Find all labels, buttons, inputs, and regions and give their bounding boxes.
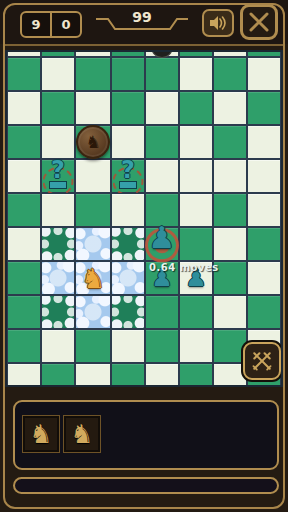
square-r3c3[interactable]: [111, 125, 145, 159]
square-r4c7[interactable]: [247, 159, 281, 193]
square-r2c6[interactable]: [213, 91, 247, 125]
mystery-piece: ?: [42, 160, 74, 192]
square-r10c5[interactable]: [179, 363, 213, 385]
square-r10c6[interactable]: [213, 363, 247, 385]
square-r4c0[interactable]: [7, 159, 41, 193]
square-r5c0[interactable]: [7, 193, 41, 227]
square-r7c2[interactable]: ♞: [75, 261, 111, 295]
square-r9c5[interactable]: [179, 329, 213, 363]
square-r7c1[interactable]: [41, 261, 75, 295]
square-r9c3[interactable]: [111, 329, 145, 363]
square-r6c7[interactable]: [247, 227, 281, 261]
square-r2c0[interactable]: [7, 91, 41, 125]
square-r1c4[interactable]: [145, 57, 179, 91]
square-r6c4[interactable]: ♟: [145, 227, 179, 261]
knight-icon: ♞: [85, 134, 100, 151]
square-r4c4[interactable]: [145, 159, 179, 193]
square-r8c2[interactable]: [75, 295, 111, 329]
progress-strip: [13, 477, 279, 494]
square-r4c5[interactable]: [179, 159, 213, 193]
square-r8c1[interactable]: [41, 295, 75, 329]
counter-right-value: 0: [61, 17, 70, 32]
square-r9c4[interactable]: [145, 329, 179, 363]
square-r9c2[interactable]: [75, 329, 111, 363]
square-r6c1[interactable]: [41, 227, 75, 261]
square-r2c7[interactable]: [247, 91, 281, 125]
brown-knight-token: ♞: [76, 125, 110, 159]
square-r10c2[interactable]: [75, 363, 111, 385]
square-r5c2[interactable]: [75, 193, 111, 227]
game-screen: 9 0 99 ♞??♟♞♟♟ 0.64 moves: [0, 0, 288, 512]
square-r4c3[interactable]: ?: [111, 159, 145, 193]
piece-tray: ♞♞: [13, 400, 279, 470]
top-bar: 9 0 99: [0, 0, 288, 44]
square-r9c6[interactable]: [213, 329, 247, 363]
tray-knight-button-2[interactable]: ♞: [63, 415, 101, 453]
question-mark-icon: ?: [51, 158, 65, 182]
square-r10c0[interactable]: [7, 363, 41, 385]
piece-base: [49, 181, 67, 189]
square-r1c0[interactable]: [7, 57, 41, 91]
close-icon: [247, 10, 271, 34]
square-r3c2[interactable]: ♞: [75, 125, 111, 159]
square-r2c3[interactable]: [111, 91, 145, 125]
distance-label: 0.64 moves: [149, 262, 219, 273]
square-r1c5[interactable]: [179, 57, 213, 91]
square-r3c6[interactable]: [213, 125, 247, 159]
orange-knight: ♞: [81, 265, 105, 292]
square-r2c2[interactable]: [75, 91, 111, 125]
square-r1c6[interactable]: [213, 57, 247, 91]
square-r10c4[interactable]: [145, 363, 179, 385]
square-r8c6[interactable]: [213, 295, 247, 329]
square-r2c5[interactable]: [179, 91, 213, 125]
square-r8c5[interactable]: [179, 295, 213, 329]
square-r1c7[interactable]: [247, 57, 281, 91]
square-r5c6[interactable]: [213, 193, 247, 227]
question-mark-icon: ?: [121, 158, 135, 182]
square-r1c1[interactable]: [41, 57, 75, 91]
square-r6c2[interactable]: [75, 227, 111, 261]
square-r9c0[interactable]: [7, 329, 41, 363]
square-r10c1[interactable]: [41, 363, 75, 385]
square-r8c3[interactable]: [111, 295, 145, 329]
counter-group: 9 0: [20, 11, 82, 38]
speaker-icon: [209, 15, 227, 31]
square-r2c4[interactable]: [145, 91, 179, 125]
tray-slots: ♞♞: [22, 415, 101, 453]
square-r3c4[interactable]: [145, 125, 179, 159]
counter-left-value: 9: [31, 17, 40, 32]
square-r6c6[interactable]: [213, 227, 247, 261]
square-r4c6[interactable]: [213, 159, 247, 193]
mystery-piece: ?: [112, 160, 144, 192]
square-r6c0[interactable]: [7, 227, 41, 261]
square-r3c1[interactable]: [41, 125, 75, 159]
square-r8c7[interactable]: [247, 295, 281, 329]
square-r5c3[interactable]: [111, 193, 145, 227]
square-r5c7[interactable]: [247, 193, 281, 227]
square-r7c7[interactable]: [247, 261, 281, 295]
piece-base: [119, 181, 137, 189]
square-r2c1[interactable]: [41, 91, 75, 125]
sound-button[interactable]: [202, 9, 234, 37]
board: ♞??♟♞♟♟ 0.64 moves: [7, 52, 281, 385]
square-r10c3[interactable]: [111, 363, 145, 385]
square-r7c0[interactable]: [7, 261, 41, 295]
square-r3c0[interactable]: [7, 125, 41, 159]
knight-icon: ♞: [29, 421, 52, 447]
battle-button[interactable]: [243, 342, 281, 380]
square-r5c5[interactable]: [179, 193, 213, 227]
teal-pawn: ♟: [149, 223, 176, 253]
square-r6c3[interactable]: [111, 227, 145, 261]
square-r1c2[interactable]: [75, 57, 111, 91]
counter-left: 9: [20, 11, 51, 38]
square-r6c5[interactable]: [179, 227, 213, 261]
close-button[interactable]: [240, 4, 278, 40]
square-r8c0[interactable]: [7, 295, 41, 329]
moves-counter: 99: [94, 9, 190, 25]
square-r4c1[interactable]: ?: [41, 159, 75, 193]
square-r4c2[interactable]: [75, 159, 111, 193]
square-r1c3[interactable]: [111, 57, 145, 91]
square-r3c7[interactable]: [247, 125, 281, 159]
knight-icon: ♞: [70, 421, 93, 447]
square-r3c5[interactable]: [179, 125, 213, 159]
counter-right: 0: [51, 11, 82, 38]
crossed-swords-icon: [250, 349, 274, 373]
moves-banner: 99: [94, 6, 190, 36]
square-r7c3[interactable]: [111, 261, 145, 295]
square-r9c1[interactable]: [41, 329, 75, 363]
square-r5c1[interactable]: [41, 193, 75, 227]
board-grid: ♞??♟♞♟♟: [7, 52, 281, 385]
square-r8c4[interactable]: [145, 295, 179, 329]
frame-divider: [4, 44, 284, 46]
tray-knight-button-1[interactable]: ♞: [22, 415, 60, 453]
